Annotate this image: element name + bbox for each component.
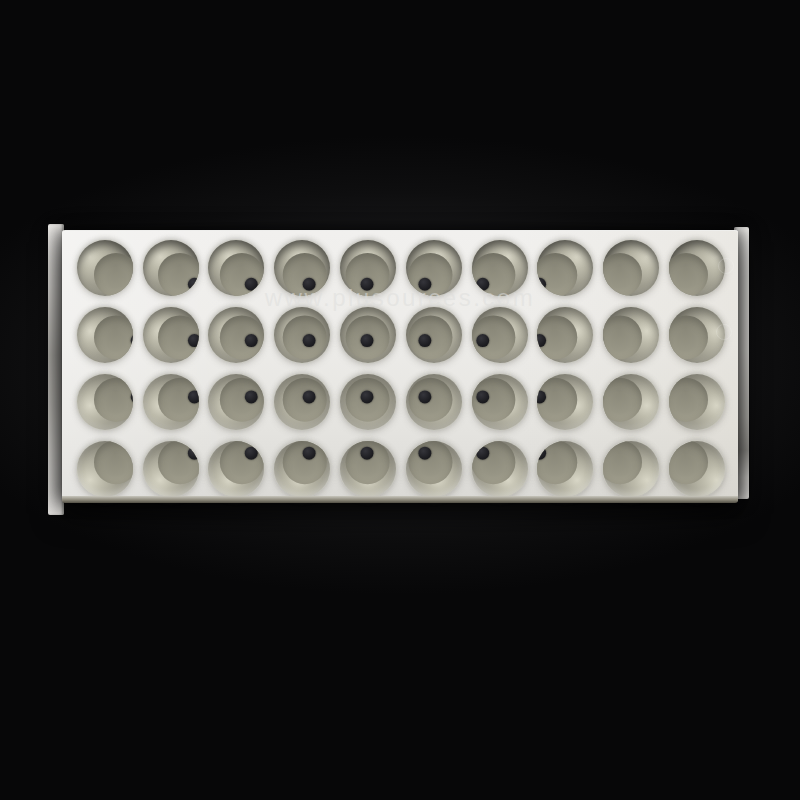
well-cell-r1c3 <box>204 235 270 302</box>
well-bore <box>603 253 642 296</box>
well-r3c3 <box>208 374 264 430</box>
well-through-hole <box>188 446 199 459</box>
well-cell-r3c6 <box>401 369 467 436</box>
well-cell-r4c1 <box>72 435 138 502</box>
well-bore <box>346 441 390 484</box>
well-cell-r4c4 <box>269 435 335 502</box>
well-bore <box>408 441 452 484</box>
well-bore <box>669 378 708 422</box>
well-through-hole <box>476 390 489 403</box>
well-r2c6 <box>406 307 462 363</box>
well-cell-r1c1 <box>72 235 138 302</box>
well-r3c8 <box>537 374 593 430</box>
well-grid <box>72 235 730 502</box>
mold-mark <box>718 258 734 274</box>
well-cell-r1c8 <box>533 235 599 302</box>
well-bore <box>669 316 708 360</box>
well-cell-r3c10 <box>664 369 730 436</box>
well-through-hole <box>537 390 546 403</box>
well-bore <box>537 253 577 296</box>
well-through-hole <box>245 390 258 403</box>
well-through-hole <box>245 334 258 347</box>
well-cell-r3c7 <box>467 369 533 436</box>
well-r1c1 <box>77 240 133 296</box>
well-cell-r2c2 <box>138 302 204 369</box>
well-r4c2 <box>143 441 199 497</box>
rack-bottom-edge <box>62 496 738 503</box>
well-cell-r1c9 <box>598 235 664 302</box>
well-cell-r4c8 <box>533 435 599 502</box>
well-bore <box>220 378 264 422</box>
well-through-hole <box>537 334 546 347</box>
well-bore <box>158 253 199 296</box>
well-through-hole <box>418 390 431 403</box>
well-through-hole <box>361 390 374 403</box>
well-bore <box>408 316 452 360</box>
watermark-text: www.plusources.com <box>265 284 535 312</box>
well-through-hole <box>476 334 489 347</box>
well-r4c9 <box>603 441 659 497</box>
well-bore <box>158 441 199 484</box>
well-cell-r3c1 <box>72 369 138 436</box>
well-r4c7 <box>472 441 528 497</box>
well-through-hole <box>476 446 489 459</box>
well-through-hole <box>245 278 258 291</box>
well-cell-r1c2 <box>138 235 204 302</box>
well-bore <box>603 316 642 360</box>
well-through-hole <box>537 278 546 291</box>
well-bore <box>220 441 264 484</box>
well-bore <box>537 441 577 484</box>
well-through-hole <box>361 446 374 459</box>
well-bore <box>669 253 708 296</box>
well-cell-r4c9 <box>598 435 664 502</box>
well-through-hole <box>131 446 133 459</box>
well-r3c5 <box>340 374 396 430</box>
well-r4c5 <box>340 441 396 497</box>
well-r2c9 <box>603 307 659 363</box>
well-through-hole <box>131 390 133 403</box>
well-through-hole <box>418 446 431 459</box>
mold-mark <box>716 324 732 340</box>
well-bore <box>537 378 577 422</box>
well-bore <box>158 316 199 360</box>
well-through-hole <box>188 334 199 347</box>
well-bore <box>94 441 133 484</box>
well-bore <box>603 441 642 484</box>
well-through-hole <box>303 446 316 459</box>
well-cell-r3c9 <box>598 369 664 436</box>
well-r2c2 <box>143 307 199 363</box>
well-cell-r3c2 <box>138 369 204 436</box>
well-through-hole <box>303 390 316 403</box>
well-cell-r4c6 <box>401 435 467 502</box>
photo-background: www.plusources.com <box>0 0 800 800</box>
well-r3c7 <box>472 374 528 430</box>
well-through-hole <box>537 446 546 459</box>
well-through-hole <box>188 390 199 403</box>
well-r3c10 <box>669 374 725 430</box>
well-bore <box>537 316 577 360</box>
well-r4c3 <box>208 441 264 497</box>
well-bore <box>220 316 264 360</box>
well-r4c8 <box>537 441 593 497</box>
well-r2c7 <box>472 307 528 363</box>
well-bore <box>669 441 708 484</box>
well-cell-r4c10 <box>664 435 730 502</box>
test-tube-rack-body <box>62 230 738 502</box>
well-r1c2 <box>143 240 199 296</box>
well-bore <box>158 378 199 422</box>
well-r2c8 <box>537 307 593 363</box>
well-cell-r3c4 <box>269 369 335 436</box>
well-bore <box>94 378 133 422</box>
well-bore <box>94 316 133 360</box>
well-cell-r3c5 <box>335 369 401 436</box>
well-through-hole <box>131 334 133 347</box>
well-bore <box>346 378 390 422</box>
well-cell-r2c3 <box>204 302 270 369</box>
well-r1c10 <box>669 240 725 296</box>
well-r2c3 <box>208 307 264 363</box>
well-r2c5 <box>340 307 396 363</box>
well-through-hole <box>188 278 199 291</box>
well-bore <box>603 378 642 422</box>
well-r4c6 <box>406 441 462 497</box>
well-cell-r2c9 <box>598 302 664 369</box>
well-bore <box>283 378 327 422</box>
well-through-hole <box>361 334 374 347</box>
well-through-hole <box>245 446 258 459</box>
well-r3c2 <box>143 374 199 430</box>
well-cell-r4c5 <box>335 435 401 502</box>
well-cell-r4c3 <box>204 435 270 502</box>
well-r1c9 <box>603 240 659 296</box>
well-bore <box>346 316 390 360</box>
well-bore <box>220 253 264 296</box>
well-r3c4 <box>274 374 330 430</box>
well-r3c1 <box>77 374 133 430</box>
well-bore <box>94 253 133 296</box>
well-r1c3 <box>208 240 264 296</box>
well-bore <box>472 378 515 422</box>
well-through-hole <box>303 334 316 347</box>
well-bore <box>472 316 515 360</box>
well-r3c9 <box>603 374 659 430</box>
well-cell-r4c2 <box>138 435 204 502</box>
well-r4c1 <box>77 441 133 497</box>
well-r1c8 <box>537 240 593 296</box>
well-bore <box>283 441 327 484</box>
well-cell-r3c3 <box>204 369 270 436</box>
well-bore <box>472 441 515 484</box>
well-r4c4 <box>274 441 330 497</box>
well-cell-r4c7 <box>467 435 533 502</box>
well-r2c4 <box>274 307 330 363</box>
well-r3c6 <box>406 374 462 430</box>
well-cell-r2c1 <box>72 302 138 369</box>
well-bore <box>408 378 452 422</box>
well-through-hole <box>418 334 431 347</box>
well-through-hole <box>131 278 133 291</box>
well-r4c10 <box>669 441 725 497</box>
well-bore <box>283 316 327 360</box>
well-r2c1 <box>77 307 133 363</box>
well-cell-r2c8 <box>533 302 599 369</box>
well-cell-r3c8 <box>533 369 599 436</box>
